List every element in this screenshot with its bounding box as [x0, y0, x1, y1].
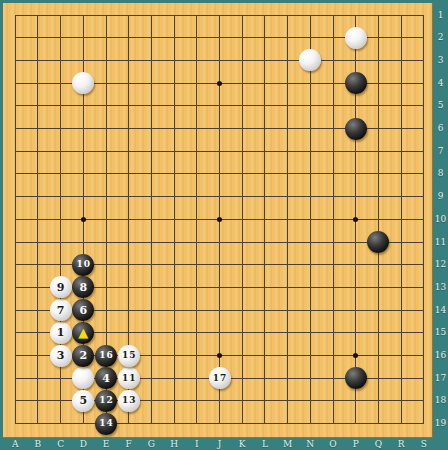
column-label-c: C — [53, 439, 69, 450]
stone-white-j17[interactable]: 17 — [209, 367, 231, 389]
row-label-11: 11 — [433, 237, 448, 248]
row-label-9: 9 — [433, 191, 448, 202]
stone-move-number: 17 — [213, 374, 228, 383]
stone-black-e16[interactable]: 16 — [95, 345, 117, 367]
grid-line — [310, 15, 311, 425]
star-point — [81, 217, 86, 222]
row-label-15: 15 — [433, 327, 448, 338]
go-board-frame: ▲1234567891011121314151617 ABCDEFGHIJKLM… — [0, 0, 448, 450]
stone-black-d15[interactable]: ▲ — [72, 322, 94, 344]
row-label-8: 8 — [433, 168, 448, 179]
stone-move-number: 1 — [57, 327, 65, 338]
grid-line — [401, 15, 402, 425]
stone-black-q11[interactable] — [367, 231, 389, 253]
stone-black-p4[interactable] — [345, 72, 367, 94]
stone-white-d17[interactable] — [72, 367, 94, 389]
column-label-j: J — [212, 439, 228, 450]
stone-move-number: 8 — [79, 282, 87, 293]
column-label-l: L — [257, 439, 273, 450]
stone-move-number: 7 — [57, 305, 65, 316]
grid-line — [242, 15, 243, 425]
row-label-12: 12 — [433, 259, 448, 270]
row-label-16: 16 — [433, 350, 448, 361]
row-label-6: 6 — [433, 123, 448, 134]
stone-move-number: 13 — [122, 396, 137, 405]
stone-white-n3[interactable] — [299, 49, 321, 71]
stone-white-d4[interactable] — [72, 72, 94, 94]
stone-move-number: 16 — [99, 351, 114, 360]
stone-move-number: 3 — [57, 350, 65, 361]
stone-move-number: 5 — [79, 395, 87, 406]
column-label-g: G — [143, 439, 159, 450]
stone-move-number: 2 — [79, 350, 87, 361]
stone-move-number: 10 — [77, 260, 92, 269]
column-label-a: A — [7, 439, 23, 450]
stone-move-number: 6 — [79, 305, 87, 316]
column-label-o: O — [325, 439, 341, 450]
stone-black-d12[interactable]: 10 — [72, 254, 94, 276]
column-label-e: E — [98, 439, 114, 450]
stone-white-f18[interactable]: 13 — [118, 390, 140, 412]
stone-white-p2[interactable] — [345, 27, 367, 49]
stone-move-number: 4 — [102, 373, 110, 384]
row-label-18: 18 — [433, 395, 448, 406]
column-label-p: P — [348, 439, 364, 450]
grid-line — [333, 15, 334, 425]
column-label-b: B — [30, 439, 46, 450]
stone-move-number: 12 — [99, 396, 114, 405]
column-label-m: M — [280, 439, 296, 450]
stone-move-number: 14 — [99, 419, 114, 428]
grid-line — [423, 15, 424, 425]
star-point — [353, 353, 358, 358]
star-point — [217, 81, 222, 86]
stone-white-c13[interactable]: 9 — [50, 276, 72, 298]
stone-black-p17[interactable] — [345, 367, 367, 389]
row-label-7: 7 — [433, 146, 448, 157]
stone-white-d18[interactable]: 5 — [72, 390, 94, 412]
row-label-14: 14 — [433, 305, 448, 316]
grid-line — [264, 15, 265, 425]
stone-black-p6[interactable] — [345, 118, 367, 140]
column-label-d: D — [75, 439, 91, 450]
star-point — [217, 353, 222, 358]
row-label-2: 2 — [433, 32, 448, 43]
triangle-marker-icon: ▲ — [78, 326, 88, 339]
stone-black-d13[interactable]: 8 — [72, 276, 94, 298]
stone-white-f17[interactable]: 11 — [118, 367, 140, 389]
column-label-k: K — [234, 439, 250, 450]
stone-move-number: 9 — [57, 282, 65, 293]
stone-white-c14[interactable]: 7 — [50, 299, 72, 321]
column-label-s: S — [416, 439, 432, 450]
go-board[interactable]: ▲1234567891011121314151617 — [3, 3, 433, 438]
row-label-17: 17 — [433, 373, 448, 384]
star-point — [353, 217, 358, 222]
row-label-3: 3 — [433, 55, 448, 66]
column-label-f: F — [121, 439, 137, 450]
stone-move-number: 15 — [122, 351, 137, 360]
grid-line — [287, 15, 288, 425]
stone-black-d16[interactable]: 2 — [72, 345, 94, 367]
grid-line — [15, 423, 425, 424]
column-label-r: R — [393, 439, 409, 450]
column-label-q: Q — [370, 439, 386, 450]
stone-white-c15[interactable]: 1 — [50, 322, 72, 344]
stone-black-e18[interactable]: 12 — [95, 390, 117, 412]
grid-line — [378, 15, 379, 425]
stone-black-d14[interactable]: 6 — [72, 299, 94, 321]
row-label-13: 13 — [433, 282, 448, 293]
stone-black-e19[interactable]: 14 — [95, 413, 117, 435]
row-label-1: 1 — [433, 10, 448, 21]
column-label-n: N — [302, 439, 318, 450]
star-point — [217, 217, 222, 222]
column-label-h: H — [166, 439, 182, 450]
stone-white-c16[interactable]: 3 — [50, 345, 72, 367]
grid-line — [15, 242, 425, 243]
stone-black-e17[interactable]: 4 — [95, 367, 117, 389]
column-label-i: I — [189, 439, 205, 450]
stone-move-number: 11 — [122, 374, 137, 383]
row-label-5: 5 — [433, 100, 448, 111]
row-label-19: 19 — [433, 418, 448, 429]
row-label-4: 4 — [433, 78, 448, 89]
row-label-10: 10 — [433, 214, 448, 225]
stone-white-f16[interactable]: 15 — [118, 345, 140, 367]
